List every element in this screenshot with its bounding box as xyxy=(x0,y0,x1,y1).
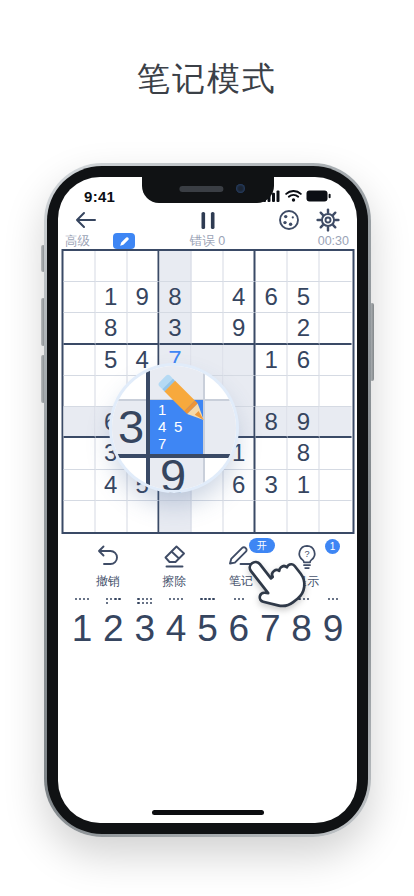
sudoku-cell-r3c6[interactable]: 9 xyxy=(224,313,256,344)
sudoku-cell-r2c5[interactable] xyxy=(191,282,223,313)
sudoku-cell-r9c2[interactable] xyxy=(95,501,127,532)
undo-icon xyxy=(95,544,122,570)
app-screen: 9:41 xyxy=(58,177,357,823)
sudoku-cell-r5c1[interactable] xyxy=(63,376,95,407)
sudoku-cell-r9c9[interactable] xyxy=(320,501,352,532)
sudoku-cell-r2c6[interactable]: 4 xyxy=(224,282,256,313)
numpad-key-9[interactable]: 9 xyxy=(318,598,348,649)
sudoku-cell-r1c1[interactable] xyxy=(63,251,95,282)
numpad-key-3[interactable]: 3 xyxy=(130,598,160,649)
sudoku-cell-r9c8[interactable] xyxy=(288,501,320,532)
sudoku-cell-r8c1[interactable] xyxy=(63,470,95,501)
sudoku-cell-r4c2[interactable]: 5 xyxy=(95,345,127,376)
sudoku-cell-r1c8[interactable] xyxy=(288,251,320,282)
sudoku-cell-r9c5[interactable] xyxy=(191,501,223,532)
battery-icon xyxy=(306,190,331,202)
sudoku-cell-r9c1[interactable] xyxy=(63,501,95,532)
sudoku-cell-r6c7[interactable]: 8 xyxy=(256,407,288,438)
magnified-neighbor-value: 3 xyxy=(118,399,144,454)
sudoku-cell-r7c1[interactable] xyxy=(63,438,95,469)
toolbar: 撤销 擦除 开 笔记 1 xyxy=(58,544,357,590)
sudoku-cell-r8c6[interactable]: 6 xyxy=(224,470,256,501)
sudoku-cell-r1c4[interactable] xyxy=(159,251,191,282)
sudoku-cell-r5c7[interactable] xyxy=(256,376,288,407)
eraser-icon xyxy=(160,544,188,570)
sudoku-cell-r4c9[interactable] xyxy=(320,345,352,376)
sudoku-cell-r3c8[interactable]: 2 xyxy=(288,313,320,344)
sudoku-cell-r8c7[interactable]: 3 xyxy=(256,470,288,501)
sudoku-cell-r1c7[interactable] xyxy=(256,251,288,282)
sudoku-cell-r2c8[interactable]: 5 xyxy=(288,282,320,313)
sudoku-cell-r5c8[interactable] xyxy=(288,376,320,407)
number-pad: 123456789 xyxy=(58,598,357,649)
sudoku-cell-r1c3[interactable] xyxy=(127,251,159,282)
sudoku-cell-r9c4[interactable] xyxy=(159,501,191,532)
sudoku-cell-r3c1[interactable] xyxy=(63,313,95,344)
magnified-neighbor-value: 9 xyxy=(160,448,186,490)
sudoku-cell-r1c6[interactable] xyxy=(224,251,256,282)
erase-button[interactable]: 擦除 xyxy=(148,544,200,590)
phone-frame: 9:41 xyxy=(44,163,371,837)
sudoku-cell-r4c8[interactable]: 6 xyxy=(288,345,320,376)
errors-counter: 错误 0 xyxy=(58,233,357,250)
clock-time: 9:41 xyxy=(84,188,115,205)
undo-button[interactable]: 撤销 xyxy=(82,544,134,590)
home-indicator[interactable] xyxy=(152,810,264,815)
sudoku-cell-r7c7[interactable] xyxy=(256,438,288,469)
sudoku-cell-r9c6[interactable] xyxy=(224,501,256,532)
numpad-digit: 4 xyxy=(166,610,187,649)
notch xyxy=(142,177,274,203)
sudoku-cell-r1c5[interactable] xyxy=(191,251,223,282)
sudoku-cell-r6c9[interactable] xyxy=(320,407,352,438)
sudoku-cell-r6c8[interactable]: 9 xyxy=(288,407,320,438)
sudoku-cell-r4c6[interactable] xyxy=(224,345,256,376)
sudoku-cell-r2c4[interactable]: 8 xyxy=(159,282,191,313)
numpad-key-1[interactable]: 1 xyxy=(67,598,97,649)
page-title: 笔记模式 xyxy=(0,57,414,102)
back-button[interactable] xyxy=(75,211,97,229)
numpad-key-4[interactable]: 4 xyxy=(161,598,191,649)
erase-label: 擦除 xyxy=(162,573,186,590)
settings-gear-button[interactable] xyxy=(316,208,340,232)
magnifier-overlay: 3 9 1 4 5 7 xyxy=(112,366,236,490)
sudoku-cell-r2c7[interactable]: 6 xyxy=(256,282,288,313)
pause-button[interactable] xyxy=(200,211,215,230)
sudoku-cell-r2c1[interactable] xyxy=(63,282,95,313)
sudoku-cell-r4c7[interactable]: 1 xyxy=(256,345,288,376)
sudoku-cell-r2c9[interactable] xyxy=(320,282,352,313)
sudoku-cell-r4c1[interactable] xyxy=(63,345,95,376)
game-info-bar: 高级 错误 0 00:30 xyxy=(58,233,357,249)
nav-bar xyxy=(58,206,357,234)
wifi-icon xyxy=(285,190,302,202)
numpad-digit: 5 xyxy=(197,610,218,649)
sudoku-cell-r3c9[interactable] xyxy=(320,313,352,344)
sudoku-cell-r9c3[interactable] xyxy=(127,501,159,532)
sudoku-cell-r9c7[interactable] xyxy=(256,501,288,532)
numpad-digit: 2 xyxy=(103,610,124,649)
hint-count-badge: 1 xyxy=(325,539,340,554)
hand-cursor-icon xyxy=(240,547,312,619)
sudoku-cell-r1c9[interactable] xyxy=(320,251,352,282)
sudoku-cell-r6c1[interactable] xyxy=(63,407,95,438)
numpad-digit: 3 xyxy=(134,610,155,649)
sudoku-cell-r3c5[interactable] xyxy=(191,313,223,344)
sudoku-cell-r8c2[interactable]: 4 xyxy=(95,470,127,501)
numpad-key-5[interactable]: 5 xyxy=(193,598,223,649)
sudoku-cell-r7c9[interactable] xyxy=(320,438,352,469)
sudoku-cell-r2c3[interactable]: 9 xyxy=(127,282,159,313)
sudoku-cell-r7c8[interactable]: 8 xyxy=(288,438,320,469)
sudoku-cell-r3c2[interactable]: 8 xyxy=(95,313,127,344)
sudoku-cell-r8c8[interactable]: 1 xyxy=(288,470,320,501)
speaker-slot xyxy=(179,186,223,192)
numpad-digit: 9 xyxy=(323,610,344,649)
sudoku-cell-r3c7[interactable] xyxy=(256,313,288,344)
sudoku-cell-r5c9[interactable] xyxy=(320,376,352,407)
sudoku-cell-r3c4[interactable]: 3 xyxy=(159,313,191,344)
front-camera xyxy=(236,184,245,193)
theme-palette-button[interactable] xyxy=(277,208,301,232)
sudoku-cell-r2c2[interactable]: 1 xyxy=(95,282,127,313)
undo-label: 撤销 xyxy=(96,573,120,590)
sudoku-cell-r8c9[interactable] xyxy=(320,470,352,501)
numpad-digit: 1 xyxy=(72,610,93,649)
sudoku-cell-r1c2[interactable] xyxy=(95,251,127,282)
sudoku-cell-r3c3[interactable] xyxy=(127,313,159,344)
numpad-key-2[interactable]: 2 xyxy=(98,598,128,649)
